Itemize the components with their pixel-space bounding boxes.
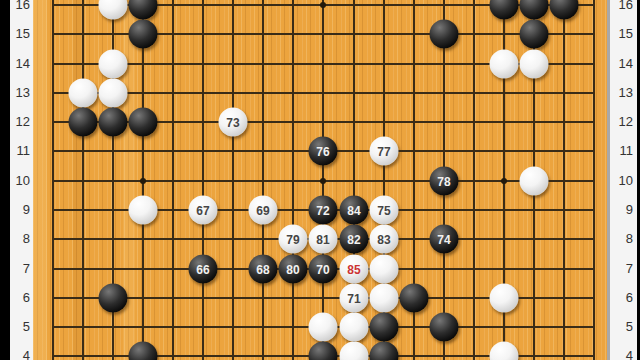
black-stone[interactable] (309, 342, 338, 360)
white-stone[interactable] (520, 50, 549, 79)
white-stone[interactable]: 69 (249, 196, 278, 225)
black-stone[interactable] (430, 313, 459, 342)
black-stone[interactable]: 78 (430, 167, 459, 196)
hoshi-point (140, 178, 146, 184)
white-stone[interactable] (340, 313, 369, 342)
white-stone[interactable] (309, 313, 338, 342)
white-stone[interactable]: 73 (219, 108, 248, 137)
row-label-right: 6 (610, 290, 633, 306)
black-stone[interactable] (490, 0, 519, 20)
white-stone[interactable]: 83 (370, 225, 399, 254)
row-label-right: 12 (610, 114, 633, 130)
black-stone[interactable] (129, 342, 158, 360)
black-stone[interactable]: 80 (279, 255, 308, 284)
last-move-number: 85 (347, 263, 360, 275)
row-label-right: 4 (610, 348, 633, 360)
move-number: 78 (437, 175, 450, 187)
move-number: 70 (316, 263, 329, 275)
row-label-right: 16 (610, 0, 633, 13)
white-stone[interactable] (340, 342, 369, 360)
hoshi-point (501, 178, 507, 184)
black-stone[interactable]: 70 (309, 255, 338, 284)
white-stone[interactable] (129, 196, 158, 225)
black-stone[interactable] (99, 284, 128, 313)
row-label-left: 14 (10, 56, 30, 72)
move-number: 80 (286, 263, 299, 275)
white-stone[interactable] (370, 255, 399, 284)
black-stone[interactable]: 68 (249, 255, 278, 284)
row-label-left: 11 (10, 143, 30, 159)
row-label-right: 8 (610, 231, 633, 247)
move-number: 69 (256, 204, 269, 216)
black-stone[interactable]: 82 (340, 225, 369, 254)
white-stone[interactable] (99, 79, 128, 108)
white-stone[interactable]: 77 (370, 137, 399, 166)
white-stone[interactable] (490, 50, 519, 79)
white-stone[interactable] (99, 50, 128, 79)
move-number: 77 (377, 145, 390, 157)
black-stone[interactable] (430, 20, 459, 49)
black-stone[interactable]: 74 (430, 225, 459, 254)
grid-line-horizontal (52, 92, 595, 94)
black-stone[interactable]: 76 (309, 137, 338, 166)
move-number: 74 (437, 233, 450, 245)
white-stone[interactable] (490, 284, 519, 313)
move-number: 79 (286, 233, 299, 245)
row-label-right: 15 (610, 26, 633, 42)
row-label-left: 7 (10, 261, 30, 277)
black-stone[interactable]: 84 (340, 196, 369, 225)
row-label-right: 9 (610, 202, 633, 218)
row-label-left: 4 (10, 348, 30, 360)
white-stone[interactable] (99, 0, 128, 20)
move-number: 75 (377, 204, 390, 216)
row-label-right: 13 (610, 85, 633, 101)
white-stone[interactable] (69, 79, 98, 108)
move-number: 68 (256, 263, 269, 275)
row-label-right: 14 (610, 56, 633, 72)
row-label-left: 9 (10, 202, 30, 218)
white-stone[interactable] (490, 342, 519, 360)
row-label-left: 8 (10, 231, 30, 247)
move-number: 81 (316, 233, 329, 245)
row-label-right: 5 (610, 319, 633, 335)
black-stone[interactable] (129, 20, 158, 49)
black-stone[interactable] (400, 284, 429, 313)
black-stone[interactable] (370, 313, 399, 342)
move-number: 83 (377, 233, 390, 245)
move-number: 72 (316, 204, 329, 216)
row-label-right: 10 (610, 173, 633, 189)
white-stone[interactable] (520, 167, 549, 196)
white-stone[interactable]: 81 (309, 225, 338, 254)
move-number: 82 (347, 233, 360, 245)
row-label-right: 7 (610, 261, 633, 277)
black-stone[interactable] (129, 108, 158, 137)
row-label-left: 6 (10, 290, 30, 306)
row-label-left: 15 (10, 26, 30, 42)
move-number: 71 (347, 292, 360, 304)
white-stone[interactable]: 85 (340, 255, 369, 284)
row-label-left: 16 (10, 0, 30, 13)
black-stone[interactable] (69, 108, 98, 137)
move-number: 67 (196, 204, 209, 216)
move-number: 84 (347, 204, 360, 216)
row-label-right: 11 (610, 143, 633, 159)
move-number: 66 (196, 263, 209, 275)
white-stone[interactable]: 71 (340, 284, 369, 313)
black-stone[interactable] (99, 108, 128, 137)
move-number: 73 (226, 116, 239, 128)
black-stone[interactable] (370, 342, 399, 360)
white-stone[interactable]: 67 (189, 196, 218, 225)
row-label-left: 13 (10, 85, 30, 101)
go-app-viewport: 7376777867697284757981828374666880708571… (0, 0, 640, 360)
black-stone[interactable]: 66 (189, 255, 218, 284)
hoshi-point (320, 178, 326, 184)
hoshi-point (320, 2, 326, 8)
row-label-left: 10 (10, 173, 30, 189)
black-stone[interactable] (550, 0, 579, 20)
white-stone[interactable]: 75 (370, 196, 399, 225)
move-number: 76 (316, 145, 329, 157)
white-stone[interactable] (370, 284, 399, 313)
black-stone[interactable] (129, 0, 158, 20)
row-label-left: 5 (10, 319, 30, 335)
black-stone[interactable]: 72 (309, 196, 338, 225)
go-board[interactable]: 7376777867697284757981828374666880708571 (33, 0, 607, 360)
white-stone[interactable]: 79 (279, 225, 308, 254)
row-label-left: 12 (10, 114, 30, 130)
black-stone[interactable] (520, 20, 549, 49)
black-stone[interactable] (520, 0, 549, 20)
